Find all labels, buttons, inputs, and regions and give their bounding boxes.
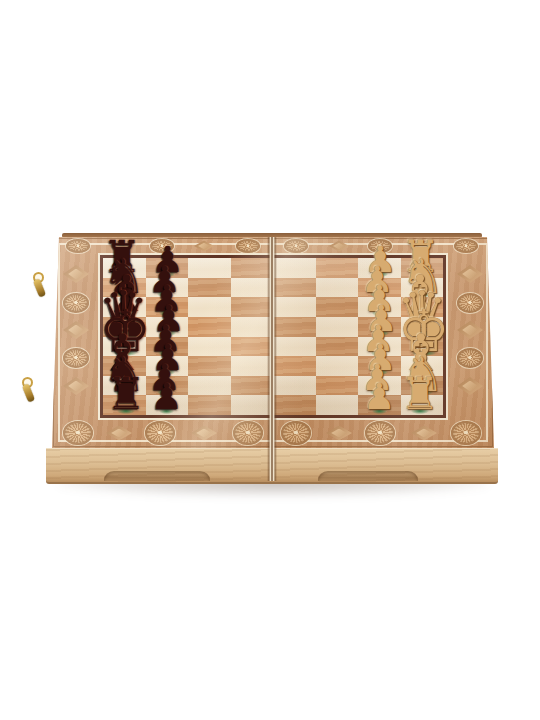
square-h6 <box>188 395 231 415</box>
rosette-medallion <box>457 293 483 313</box>
rosette-medallion <box>233 421 263 445</box>
diamond-lattice <box>411 426 437 441</box>
brass-latch-lower <box>25 384 32 402</box>
square-b6 <box>188 278 231 298</box>
brass-latch-upper <box>36 279 43 297</box>
square-a2 <box>358 258 401 278</box>
square-c2 <box>358 297 401 317</box>
square-c8 <box>103 297 146 317</box>
rosette-medallion <box>451 421 481 445</box>
diamond-lattice <box>329 241 349 252</box>
diamond-lattice <box>191 426 217 441</box>
diamond-lattice <box>63 377 89 395</box>
square-e6 <box>188 337 231 357</box>
rosette-medallion <box>236 239 260 253</box>
square-a6 <box>188 258 231 278</box>
square-b2 <box>358 278 401 298</box>
square-d1 <box>401 317 444 337</box>
diamond-lattice <box>457 321 483 339</box>
square-d6 <box>188 317 231 337</box>
diamond-lattice <box>106 426 132 441</box>
square-f6 <box>188 356 231 376</box>
square-c6 <box>188 297 231 317</box>
square-h1 <box>401 395 444 415</box>
diamond-lattice <box>194 241 214 252</box>
rosette-medallion <box>368 239 392 253</box>
square-f4 <box>273 356 316 376</box>
square-h3 <box>316 395 359 415</box>
square-g1 <box>401 376 444 396</box>
rosette-medallion <box>150 239 174 253</box>
rosette-medallion <box>63 421 93 445</box>
square-e7 <box>146 337 189 357</box>
square-d3 <box>316 317 359 337</box>
square-c4 <box>273 297 316 317</box>
square-h7 <box>146 395 189 415</box>
square-h2 <box>358 395 401 415</box>
square-b1 <box>401 278 444 298</box>
rosette-medallion <box>457 348 483 368</box>
rosette-medallion <box>454 239 478 253</box>
square-e1 <box>401 337 444 357</box>
square-e8 <box>103 337 146 357</box>
square-d2 <box>358 317 401 337</box>
square-c1 <box>401 297 444 317</box>
diamond-lattice <box>414 241 434 252</box>
square-a7 <box>146 258 189 278</box>
square-f3 <box>316 356 359 376</box>
square-b8 <box>103 278 146 298</box>
square-d8 <box>103 317 146 337</box>
rosette-medallion <box>145 421 175 445</box>
square-a8 <box>103 258 146 278</box>
rosette-medallion <box>63 293 89 313</box>
chess-set-product-photo: ♜♞♝♛♚♝♞♜♟♟♟♟♟♟♟♟♟♟♟♟♟♟♟♟♜♞♝♛♚♝♞♜ <box>0 0 540 720</box>
square-g8 <box>103 376 146 396</box>
square-f2 <box>358 356 401 376</box>
square-e2 <box>358 337 401 357</box>
square-a3 <box>316 258 359 278</box>
square-b4 <box>273 278 316 298</box>
diamond-lattice <box>63 321 89 339</box>
square-c3 <box>316 297 359 317</box>
square-b3 <box>316 278 359 298</box>
square-e3 <box>316 337 359 357</box>
diamond-lattice <box>457 377 483 395</box>
square-a4 <box>273 258 316 278</box>
square-d4 <box>273 317 316 337</box>
square-f7 <box>146 356 189 376</box>
latch-hook <box>33 278 46 297</box>
square-g3 <box>316 376 359 396</box>
square-b7 <box>146 278 189 298</box>
square-g2 <box>358 376 401 396</box>
square-g6 <box>188 376 231 396</box>
rosette-medallion <box>284 239 308 253</box>
finger-notch-right-half <box>318 471 418 481</box>
square-e4 <box>273 337 316 357</box>
square-f1 <box>401 356 444 376</box>
square-a1 <box>401 258 444 278</box>
square-c7 <box>146 297 189 317</box>
diamond-lattice <box>326 426 352 441</box>
finger-notch-left-half <box>104 471 210 481</box>
diamond-lattice <box>63 265 89 283</box>
square-h8 <box>103 395 146 415</box>
square-d7 <box>146 317 189 337</box>
square-g4 <box>273 376 316 396</box>
folding-hinge-seam <box>267 237 277 481</box>
rosette-medallion <box>66 239 90 253</box>
square-f8 <box>103 356 146 376</box>
diamond-lattice <box>457 265 483 283</box>
square-h4 <box>273 395 316 415</box>
rosette-medallion <box>281 421 311 445</box>
rosette-medallion <box>63 348 89 368</box>
latch-hook <box>22 383 35 402</box>
rosette-medallion <box>365 421 395 445</box>
square-g7 <box>146 376 189 396</box>
diamond-lattice <box>109 241 129 252</box>
